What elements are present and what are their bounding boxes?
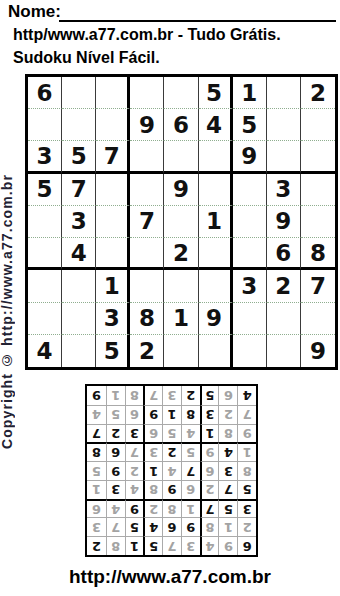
solution-cell-r2c9: 3 (87, 517, 106, 536)
solution-cell-r9c2: 6 (218, 386, 237, 405)
puzzle-cell-r2c9 (301, 109, 335, 141)
puzzle-cell-r7c8: 2 (267, 270, 301, 302)
solution-board: 6943751822189645733571829465726984318367… (85, 384, 258, 557)
puzzle-cell-r3c7: 9 (233, 141, 267, 173)
solution-cell-r2c4: 9 (181, 517, 200, 536)
solution-cell-r9c5: 3 (162, 386, 181, 405)
puzzle-cell-r8c7 (233, 303, 267, 335)
solution-cell-r5c7: 2 (125, 461, 144, 480)
solution-cell-r5c2: 3 (218, 461, 237, 480)
solution-cell-r1c3: 4 (200, 536, 219, 555)
solution-cell-r1c2: 9 (218, 536, 237, 555)
puzzle-cell-r5c2: 3 (62, 206, 96, 238)
solution-cell-r4c3: 2 (200, 480, 219, 499)
puzzle-cell-r6c8: 6 (267, 238, 301, 270)
solution-cell-r5c8: 9 (106, 461, 125, 480)
puzzle-cell-r1c2 (62, 77, 96, 109)
puzzle-cell-r7c1 (28, 270, 62, 302)
solution-cell-r2c3: 8 (200, 517, 219, 536)
puzzle-cell-r2c5: 6 (164, 109, 198, 141)
solution-cell-r9c7: 8 (125, 386, 144, 405)
solution-cell-r1c7: 1 (125, 536, 144, 555)
puzzle-cell-r4c7 (233, 174, 267, 206)
puzzle-cell-r3c8 (267, 141, 301, 173)
solution-cell-r8c7: 6 (125, 405, 144, 424)
puzzle-cell-r2c6: 4 (199, 109, 233, 141)
puzzle-cell-r2c8 (267, 109, 301, 141)
puzzle-cell-r1c7: 1 (233, 77, 267, 109)
solution-cell-r4c2: 7 (218, 480, 237, 499)
solution-cell-r6c5: 2 (162, 442, 181, 461)
solution-cell-r1c8: 8 (106, 536, 125, 555)
puzzle-cell-r3c3: 7 (96, 141, 130, 173)
solution-cell-r4c6: 8 (143, 480, 162, 499)
puzzle-cell-r5c4: 7 (130, 206, 164, 238)
name-label: Nome: (8, 2, 61, 22)
solution-cell-r1c4: 3 (181, 536, 200, 555)
solution-cell-r7c6: 6 (143, 424, 162, 443)
solution-cell-r5c6: 1 (143, 461, 162, 480)
solution-cell-r8c1: 7 (237, 405, 256, 424)
solution-cell-r6c4: 5 (181, 442, 200, 461)
puzzle-cell-r6c9: 8 (301, 238, 335, 270)
puzzle-cell-r4c4 (130, 174, 164, 206)
puzzle-cell-r6c5: 2 (164, 238, 198, 270)
solution-cell-r4c8: 3 (106, 480, 125, 499)
puzzle-cell-r3c6 (199, 141, 233, 173)
puzzle-cell-r1c8 (267, 77, 301, 109)
puzzle-cell-r5c9 (301, 206, 335, 238)
puzzle-cell-r5c1 (28, 206, 62, 238)
solution-cell-r2c1: 2 (237, 517, 256, 536)
puzzle-cell-r7c9: 7 (301, 270, 335, 302)
puzzle-cell-r4c6 (199, 174, 233, 206)
solution-cell-r3c2: 5 (218, 499, 237, 518)
solution-cell-r2c8: 7 (106, 517, 125, 536)
puzzle-cell-r2c2 (62, 109, 96, 141)
solution-cell-r3c4: 1 (181, 499, 200, 518)
solution-cell-r6c6: 3 (143, 442, 162, 461)
solution-cell-r7c1: 9 (237, 424, 256, 443)
solution-cell-r7c7: 3 (125, 424, 144, 443)
puzzle-cell-r8c5: 1 (164, 303, 198, 335)
puzzle-cell-r7c4 (130, 270, 164, 302)
solution-cell-r3c3: 7 (200, 499, 219, 518)
puzzle-cell-r8c9 (301, 303, 335, 335)
site-title: http/www.a77.com.br - Tudo Grátis. (13, 26, 281, 44)
puzzle-cell-r5c5 (164, 206, 198, 238)
solution-cell-r9c4: 2 (181, 386, 200, 405)
solution-cell-r8c6: 9 (143, 405, 162, 424)
puzzle-cell-r7c7: 3 (233, 270, 267, 302)
solution-cell-r5c5: 4 (162, 461, 181, 480)
solution-cell-r9c8: 1 (106, 386, 125, 405)
puzzle-cell-r8c6: 9 (199, 303, 233, 335)
puzzle-cell-r5c8: 9 (267, 206, 301, 238)
puzzle-cell-r9c2 (62, 335, 96, 367)
solution-cell-r8c9: 4 (87, 405, 106, 424)
solution-cell-r9c3: 5 (200, 386, 219, 405)
solution-cell-r9c1: 4 (237, 386, 256, 405)
puzzle-cell-r9c8 (267, 335, 301, 367)
puzzle-cell-r9c9: 9 (301, 335, 335, 367)
puzzle-cell-r6c3 (96, 238, 130, 270)
solution-cell-r7c3: 1 (200, 424, 219, 443)
solution-cell-r3c9: 6 (87, 499, 106, 518)
solution-cell-r4c1: 5 (237, 480, 256, 499)
puzzle-cell-r9c6 (199, 335, 233, 367)
puzzle-cell-r6c4 (130, 238, 164, 270)
puzzle-cell-r8c8 (267, 303, 301, 335)
puzzle-cell-r4c8: 3 (267, 174, 301, 206)
solution-cell-r2c2: 1 (218, 517, 237, 536)
puzzle-cell-r4c2: 7 (62, 174, 96, 206)
solution-cell-r8c2: 2 (218, 405, 237, 424)
puzzle-cell-r3c2: 5 (62, 141, 96, 173)
puzzle-cell-r7c3: 1 (96, 270, 130, 302)
puzzle-cell-r2c7: 5 (233, 109, 267, 141)
puzzle-cell-r4c3 (96, 174, 130, 206)
solution-cell-r6c8: 6 (106, 442, 125, 461)
puzzle-cell-r6c6 (199, 238, 233, 270)
puzzle-cell-r6c7 (233, 238, 267, 270)
solution-cell-r3c6: 2 (143, 499, 162, 518)
solution-cell-r7c4: 4 (181, 424, 200, 443)
puzzle-cell-r3c4 (130, 141, 164, 173)
solution-cell-r3c1: 3 (237, 499, 256, 518)
puzzle-cell-r1c1: 6 (28, 77, 62, 109)
puzzle-cell-r8c3: 3 (96, 303, 130, 335)
puzzle-board: 651296453579579337194268132738194529 (25, 74, 338, 370)
solution-cell-r9c9: 9 (87, 386, 106, 405)
solution-cell-r2c5: 6 (162, 517, 181, 536)
puzzle-cell-r1c4 (130, 77, 164, 109)
solution-cell-r6c3: 9 (200, 442, 219, 461)
footer-url: http://www.a77.com.br (0, 566, 340, 588)
puzzle-cell-r2c4: 9 (130, 109, 164, 141)
puzzle-cell-r7c2 (62, 270, 96, 302)
puzzle-cell-r3c9 (301, 141, 335, 173)
puzzle-cell-r8c1 (28, 303, 62, 335)
solution-cell-r1c1: 6 (237, 536, 256, 555)
solution-cell-r4c4: 6 (181, 480, 200, 499)
solution-cell-r6c9: 8 (87, 442, 106, 461)
puzzle-cell-r4c5: 9 (164, 174, 198, 206)
puzzle-cell-r1c5 (164, 77, 198, 109)
solution-cell-r8c5: 1 (162, 405, 181, 424)
name-blank-line (59, 1, 336, 22)
puzzle-cell-r9c4: 2 (130, 335, 164, 367)
puzzle-cell-r1c9: 2 (301, 77, 335, 109)
puzzle-cell-r9c3: 5 (96, 335, 130, 367)
puzzle-cell-r6c1 (28, 238, 62, 270)
puzzle-cell-r2c3 (96, 109, 130, 141)
solution-cell-r6c7: 7 (125, 442, 144, 461)
solution-cell-r3c5: 8 (162, 499, 181, 518)
puzzle-cell-r8c4: 8 (130, 303, 164, 335)
puzzle-cell-r7c6 (199, 270, 233, 302)
puzzle-cell-r3c5 (164, 141, 198, 173)
puzzle-cell-r4c1: 5 (28, 174, 62, 206)
solution-cell-r8c8: 5 (106, 405, 125, 424)
solution-cell-r7c9: 7 (87, 424, 106, 443)
puzzle-level-title: Sudoku Nível Fácil. (13, 49, 160, 67)
solution-cell-r4c5: 9 (162, 480, 181, 499)
puzzle-cell-r1c6: 5 (199, 77, 233, 109)
solution-cell-r1c9: 2 (87, 536, 106, 555)
puzzle-cell-r9c7 (233, 335, 267, 367)
puzzle-cell-r6c2: 4 (62, 238, 96, 270)
puzzle-cell-r5c3 (96, 206, 130, 238)
solution-cell-r7c8: 2 (106, 424, 125, 443)
solution-cell-r8c3: 3 (200, 405, 219, 424)
solution-cell-r5c9: 5 (87, 461, 106, 480)
solution-cell-r1c6: 5 (143, 536, 162, 555)
solution-cell-r3c8: 4 (106, 499, 125, 518)
solution-cell-r1c5: 7 (162, 536, 181, 555)
solution-cell-r4c9: 1 (87, 480, 106, 499)
puzzle-cell-r9c1: 4 (28, 335, 62, 367)
solution-cell-r6c2: 4 (218, 442, 237, 461)
puzzle-cell-r4c9 (301, 174, 335, 206)
puzzle-cell-r3c1: 3 (28, 141, 62, 173)
puzzle-cell-r5c7 (233, 206, 267, 238)
puzzle-cell-r1c3 (96, 77, 130, 109)
solution-cell-r7c5: 5 (162, 424, 181, 443)
solution-cell-r9c6: 7 (143, 386, 162, 405)
copyright-vertical-text: Copyright © http://www.a77.com.br (0, 83, 18, 449)
puzzle-cell-r7c5 (164, 270, 198, 302)
puzzle-cell-r2c1 (28, 109, 62, 141)
solution-cell-r8c4: 8 (181, 405, 200, 424)
puzzle-cell-r5c6: 1 (199, 206, 233, 238)
sudoku-worksheet-page: Nome: http/www.a77.com.br - Tudo Grátis.… (0, 0, 340, 596)
solution-cell-r2c7: 5 (125, 517, 144, 536)
solution-cell-r4c7: 4 (125, 480, 144, 499)
solution-cell-r5c1: 8 (237, 461, 256, 480)
solution-cell-r3c7: 9 (125, 499, 144, 518)
solution-cell-r5c4: 7 (181, 461, 200, 480)
solution-cell-r7c2: 8 (218, 424, 237, 443)
solution-cell-r5c3: 6 (200, 461, 219, 480)
puzzle-cell-r9c5 (164, 335, 198, 367)
solution-cell-r2c6: 4 (143, 517, 162, 536)
solution-cell-r6c1: 1 (237, 442, 256, 461)
puzzle-cell-r8c2 (62, 303, 96, 335)
